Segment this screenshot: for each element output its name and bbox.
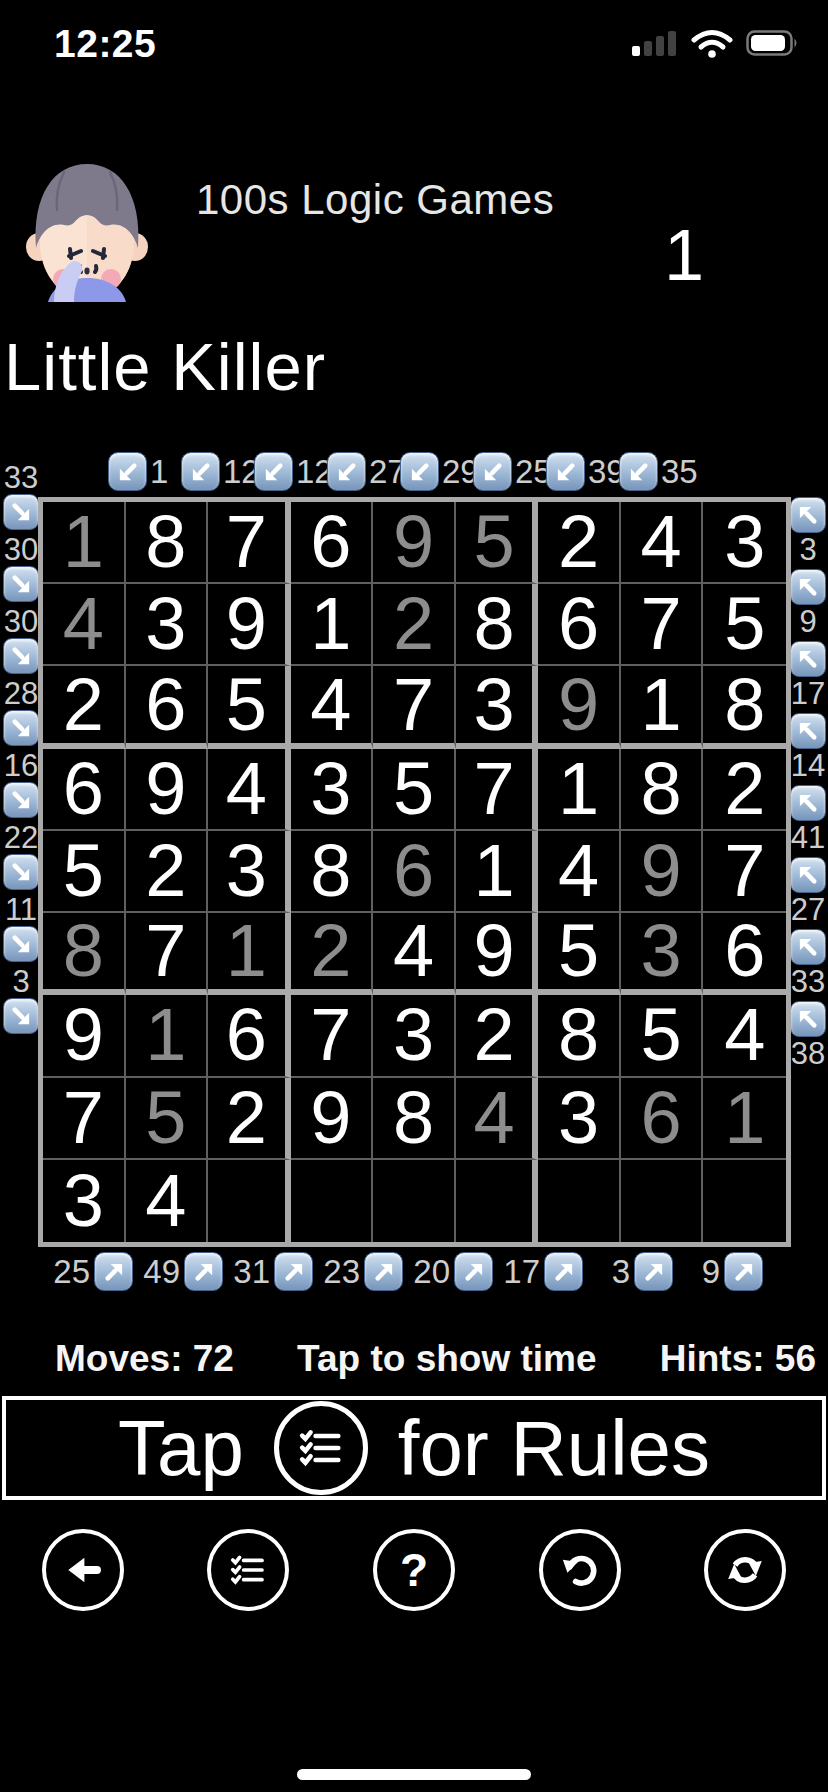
cell-r4c3[interactable]: 4 [208, 749, 291, 831]
right-clue-5: 41 [790, 785, 826, 848]
level-number: 1 [664, 214, 704, 296]
diagonal-arrow-icon [407, 459, 433, 485]
bottom-clue-8: 9 [676, 1252, 766, 1291]
diagonal-arrow-button[interactable] [619, 452, 658, 491]
cell-r6c7[interactable]: 5 [538, 913, 621, 995]
clue-value: 20 [406, 1255, 450, 1288]
diagonal-arrow-button[interactable] [724, 1252, 763, 1291]
top-clue-5: 29 [400, 452, 473, 491]
cell-r1c3[interactable]: 7 [208, 502, 291, 584]
cell-r9c2[interactable]: 4 [126, 1160, 209, 1242]
cell-r1c9[interactable]: 3 [703, 502, 786, 584]
app-title: 100s Logic Games [196, 176, 554, 224]
clue-value: 35 [661, 455, 698, 488]
cell-r9c4[interactable] [291, 1160, 374, 1242]
bottom-clue-1: 25 [46, 1252, 136, 1291]
diagonal-arrow-icon [8, 1003, 34, 1029]
cell-r8c7[interactable]: 3 [538, 1078, 621, 1160]
battery-icon [746, 28, 800, 58]
diagonal-arrow-button[interactable] [454, 1252, 493, 1291]
clue-value: 25 [46, 1255, 90, 1288]
diagonal-arrow-icon [795, 646, 821, 672]
cell-r4c6[interactable]: 7 [456, 749, 539, 831]
diagonal-arrow-button[interactable] [790, 641, 826, 677]
cell-r1c6[interactable]: 5 [456, 502, 539, 584]
diagonal-arrow-button[interactable] [790, 713, 826, 749]
signal-icon [632, 28, 678, 58]
cell-r1c1[interactable]: 1 [43, 502, 126, 584]
diagonal-arrow-icon [101, 1259, 127, 1285]
diagonal-arrow-icon [8, 715, 34, 741]
cell-r8c6[interactable]: 4 [456, 1078, 539, 1160]
cell-r8c4[interactable]: 9 [291, 1078, 374, 1160]
cell-r5c5[interactable]: 6 [373, 831, 456, 913]
diagonal-arrow-button[interactable] [544, 1252, 583, 1291]
cell-r8c5[interactable]: 8 [373, 1078, 456, 1160]
cell-r8c8[interactable]: 6 [621, 1078, 704, 1160]
undo-button[interactable] [539, 1529, 621, 1611]
diagonal-arrow-icon [8, 859, 34, 885]
diagonal-arrow-icon [191, 1259, 217, 1285]
rules-button[interactable] [274, 1401, 368, 1495]
clue-value: 33 [791, 966, 825, 997]
cell-r3c3[interactable]: 5 [208, 666, 291, 748]
diagonal-arrow-button[interactable] [634, 1252, 673, 1291]
cell-r2c4[interactable]: 1 [291, 584, 374, 666]
cell-r2c5[interactable]: 2 [373, 584, 456, 666]
cell-r8c3[interactable]: 2 [208, 1078, 291, 1160]
back-arrow-icon [62, 1549, 104, 1591]
diagonal-arrow-button[interactable] [790, 569, 826, 605]
cell-r2c8[interactable]: 7 [621, 584, 704, 666]
diagonal-arrow-icon [626, 459, 652, 485]
cell-r6c1[interactable]: 8 [43, 913, 126, 995]
top-clues: 112122729253935 [108, 452, 692, 491]
clue-value: 49 [136, 1255, 180, 1288]
diagonal-arrow-button[interactable] [364, 1252, 403, 1291]
diagonal-arrow-icon [8, 787, 34, 813]
cell-r3c5[interactable]: 7 [373, 666, 456, 748]
left-clue-8: 3 [3, 966, 39, 1029]
clue-value: 22 [4, 822, 38, 853]
hints-counter: Hints: 56 [660, 1338, 816, 1380]
diagonal-arrow-icon [795, 934, 821, 960]
cell-r5c8[interactable]: 9 [621, 831, 704, 913]
diagonal-arrow-button[interactable] [3, 566, 39, 602]
diagonal-arrow-icon [795, 718, 821, 744]
restart-icon [724, 1549, 766, 1591]
diagonal-arrow-icon [8, 931, 34, 957]
diagonal-arrow-button[interactable] [94, 1252, 133, 1291]
right-clue-6: 27 [790, 857, 826, 920]
clue-value: 30 [4, 534, 38, 565]
back-button[interactable] [42, 1529, 124, 1611]
cell-r8c9[interactable]: 1 [703, 1078, 786, 1160]
cell-r6c2[interactable]: 7 [126, 913, 209, 995]
cell-r4c2[interactable]: 9 [126, 749, 209, 831]
clue-value: 11 [5, 894, 37, 925]
cell-r8c1[interactable]: 7 [43, 1078, 126, 1160]
diagonal-arrow-icon [461, 1259, 487, 1285]
cell-r6c6[interactable]: 9 [456, 913, 539, 995]
diagonal-arrow-button[interactable] [181, 452, 220, 491]
sudoku-board: 1876952434391286752654739186943571825238… [38, 497, 791, 1247]
clue-value: 1 [150, 455, 168, 488]
clue-value: 41 [791, 822, 825, 853]
cell-r7c9[interactable]: 4 [703, 995, 786, 1077]
left-clues: 333030281622113 [3, 462, 39, 1029]
right-clue-4: 14 [790, 713, 826, 776]
bottom-clue-6: 17 [496, 1252, 586, 1291]
cell-r9c9[interactable] [703, 1160, 786, 1242]
cell-r5c2[interactable]: 2 [126, 831, 209, 913]
right-clue-1: 3 [790, 497, 826, 560]
diagonal-arrow-icon [281, 1259, 307, 1285]
left-clue-7: 11 [3, 894, 39, 957]
cell-r7c1[interactable]: 9 [43, 995, 126, 1077]
clue-value: 28 [4, 678, 38, 709]
cell-r7c3[interactable]: 6 [208, 995, 291, 1077]
cell-r6c4[interactable]: 2 [291, 913, 374, 995]
rules-list-button[interactable] [207, 1529, 289, 1611]
clue-value: 17 [791, 678, 825, 709]
diagonal-arrow-icon [188, 459, 214, 485]
diagonal-arrow-button[interactable] [473, 452, 512, 491]
cell-r2c1[interactable]: 4 [43, 584, 126, 666]
cell-r6c8[interactable]: 3 [621, 913, 704, 995]
cell-r2c2[interactable]: 3 [126, 584, 209, 666]
right-clue-7: 33 [790, 929, 826, 992]
left-clue-3: 30 [3, 606, 39, 669]
cell-r9c8[interactable] [621, 1160, 704, 1242]
clue-value: 3 [799, 534, 816, 565]
cell-r3c4[interactable]: 4 [291, 666, 374, 748]
right-clues: 39171441273338 [790, 497, 826, 1064]
clue-value: 16 [4, 750, 38, 781]
toolbar: ? [0, 1529, 828, 1611]
diagonal-arrow-icon [8, 499, 34, 525]
bottom-clues: 25493123201739 [46, 1252, 766, 1291]
cell-r5c1[interactable]: 5 [43, 831, 126, 913]
diagonal-arrow-icon [261, 459, 287, 485]
clue-value: 9 [676, 1255, 720, 1288]
cell-r3c7[interactable]: 9 [538, 666, 621, 748]
left-clue-6: 22 [3, 822, 39, 885]
cell-r7c8[interactable]: 5 [621, 995, 704, 1077]
diagonal-arrow-icon [641, 1259, 667, 1285]
status-time: 12:25 [54, 22, 156, 66]
cell-r1c7[interactable]: 2 [538, 502, 621, 584]
cell-r4c4[interactable]: 3 [291, 749, 374, 831]
cell-r4c5[interactable]: 5 [373, 749, 456, 831]
diagonal-arrow-button[interactable] [790, 857, 826, 893]
cell-r3c2[interactable]: 6 [126, 666, 209, 748]
diagonal-arrow-button[interactable] [3, 998, 39, 1034]
cell-r9c1[interactable]: 3 [43, 1160, 126, 1242]
cell-r5c6[interactable]: 1 [456, 831, 539, 913]
cell-r7c7[interactable]: 8 [538, 995, 621, 1077]
clue-value: 17 [496, 1255, 540, 1288]
diagonal-arrow-icon [8, 643, 34, 669]
cell-r9c5[interactable] [373, 1160, 456, 1242]
diagonal-arrow-icon [551, 1259, 577, 1285]
cell-r7c4[interactable]: 7 [291, 995, 374, 1077]
cell-r6c3[interactable]: 1 [208, 913, 291, 995]
cell-r4c1[interactable]: 6 [43, 749, 126, 831]
banner-text-suffix: for Rules [398, 1403, 710, 1494]
diagonal-arrow-icon [334, 459, 360, 485]
diagonal-arrow-icon [731, 1259, 757, 1285]
diagonal-arrow-button[interactable] [3, 782, 39, 818]
cell-r7c5[interactable]: 3 [373, 995, 456, 1077]
checklist-icon [295, 1422, 347, 1474]
left-clue-2: 30 [3, 534, 39, 597]
time-toggle[interactable]: Tap to show time [297, 1338, 596, 1380]
bottom-clue-3: 31 [226, 1252, 316, 1291]
top-clue-8: 35 [619, 452, 692, 491]
diagonal-arrow-button[interactable] [254, 452, 293, 491]
cell-r7c6[interactable]: 2 [456, 995, 539, 1077]
diagonal-arrow-icon [115, 459, 141, 485]
cell-r3c6[interactable]: 3 [456, 666, 539, 748]
clue-value: 30 [4, 606, 38, 637]
home-indicator[interactable] [297, 1769, 531, 1780]
clue-value: 3 [586, 1255, 630, 1288]
cell-r5c9[interactable]: 7 [703, 831, 786, 913]
diagonal-arrow-button[interactable] [184, 1252, 223, 1291]
cell-r1c5[interactable]: 9 [373, 502, 456, 584]
moves-counter: Moves: 72 [55, 1338, 234, 1380]
cell-r6c9[interactable]: 6 [703, 913, 786, 995]
banner-text-prefix: Tap [118, 1403, 244, 1494]
avatar [26, 150, 148, 302]
cell-r5c4[interactable]: 8 [291, 831, 374, 913]
cell-r5c7[interactable]: 4 [538, 831, 621, 913]
diagonal-arrow-button[interactable] [400, 452, 439, 491]
top-clue-4: 27 [327, 452, 400, 491]
diagonal-arrow-button[interactable] [3, 710, 39, 746]
diagonal-arrow-button[interactable] [790, 929, 826, 965]
bottom-clue-4: 23 [316, 1252, 406, 1291]
diagonal-arrow-button[interactable] [790, 497, 826, 533]
diagonal-arrow-icon [795, 502, 821, 528]
cell-r9c7[interactable] [538, 1160, 621, 1242]
diagonal-arrow-button[interactable] [108, 452, 147, 491]
clue-value: 38 [791, 1038, 825, 1069]
clue-value: 33 [4, 462, 38, 493]
cell-r5c3[interactable]: 3 [208, 831, 291, 913]
cell-r2c9[interactable]: 5 [703, 584, 786, 666]
top-clue-2: 12 [181, 452, 254, 491]
status-icons [632, 28, 800, 58]
cell-r7c2[interactable]: 1 [126, 995, 209, 1077]
cell-r2c6[interactable]: 8 [456, 584, 539, 666]
clue-value: 14 [791, 750, 825, 781]
cell-r4c9[interactable]: 2 [703, 749, 786, 831]
bottom-clue-5: 20 [406, 1252, 496, 1291]
cell-r4c7[interactable]: 1 [538, 749, 621, 831]
top-clue-1: 1 [108, 452, 181, 491]
diagonal-arrow-button[interactable] [3, 854, 39, 890]
restart-button[interactable] [704, 1529, 786, 1611]
bottom-clue-7: 3 [586, 1252, 676, 1291]
clue-value: 31 [226, 1255, 270, 1288]
clue-value: 23 [316, 1255, 360, 1288]
cell-r3c9[interactable]: 8 [703, 666, 786, 748]
diagonal-arrow-icon [371, 1259, 397, 1285]
left-clue-4: 28 [3, 678, 39, 741]
diagonal-arrow-button[interactable] [3, 638, 39, 674]
cell-r2c7[interactable]: 6 [538, 584, 621, 666]
right-clue-2: 9 [790, 569, 826, 632]
diagonal-arrow-button[interactable] [3, 494, 39, 530]
diagonal-arrow-icon [553, 459, 579, 485]
diagonal-arrow-button[interactable] [274, 1252, 313, 1291]
wifi-icon [691, 28, 733, 58]
diagonal-arrow-icon [480, 459, 506, 485]
checklist-icon [227, 1549, 269, 1591]
diagonal-arrow-icon [795, 862, 821, 888]
left-clue-1: 33 [3, 462, 39, 525]
cell-r1c4[interactable]: 6 [291, 502, 374, 584]
cell-r2c3[interactable]: 9 [208, 584, 291, 666]
clue-value: 9 [799, 606, 816, 637]
right-clue-3: 17 [790, 641, 826, 704]
diagonal-arrow-icon [795, 1006, 821, 1032]
page-title: Little Killer [4, 328, 326, 405]
clue-value: 27 [791, 894, 825, 925]
cell-r3c1[interactable]: 2 [43, 666, 126, 748]
cell-r8c2[interactable]: 5 [126, 1078, 209, 1160]
top-clue-3: 12 [254, 452, 327, 491]
cell-r4c8[interactable]: 8 [621, 749, 704, 831]
status-row: Moves: 72 Tap to show time Hints: 56 [55, 1338, 816, 1380]
diagonal-arrow-button[interactable] [790, 785, 826, 821]
diagonal-arrow-icon [795, 790, 821, 816]
cell-r1c8[interactable]: 4 [621, 502, 704, 584]
clue-value: 3 [12, 966, 29, 997]
left-clue-5: 16 [3, 750, 39, 813]
cell-r6c5[interactable]: 4 [373, 913, 456, 995]
bottom-clue-2: 49 [136, 1252, 226, 1291]
cell-r1c2[interactable]: 8 [126, 502, 209, 584]
rules-banner[interactable]: Tap for Rules [2, 1396, 826, 1500]
right-clue-8: 38 [790, 1001, 826, 1064]
help-button[interactable]: ? [373, 1529, 455, 1611]
top-clue-7: 39 [546, 452, 619, 491]
undo-icon [559, 1549, 601, 1591]
diagonal-arrow-button[interactable] [327, 452, 366, 491]
cell-r9c3[interactable] [208, 1160, 291, 1242]
diagonal-arrow-button[interactable] [790, 1001, 826, 1037]
question-icon: ? [400, 1547, 428, 1593]
diagonal-arrow-button[interactable] [3, 926, 39, 962]
diagonal-arrow-icon [795, 574, 821, 600]
cell-r9c6[interactable] [456, 1160, 539, 1242]
top-clue-6: 25 [473, 452, 546, 491]
diagonal-arrow-icon [8, 571, 34, 597]
cell-r3c8[interactable]: 1 [621, 666, 704, 748]
diagonal-arrow-button[interactable] [546, 452, 585, 491]
